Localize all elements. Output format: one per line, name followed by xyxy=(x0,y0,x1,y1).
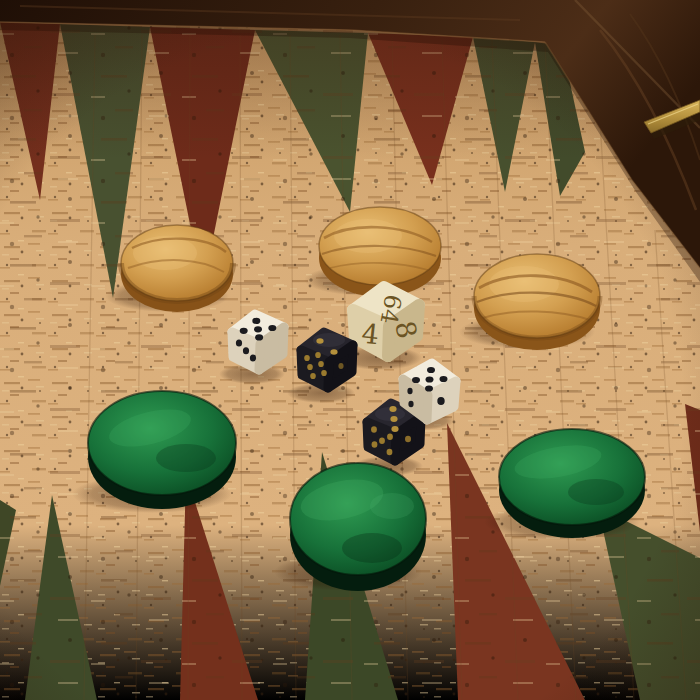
black-die-1[interactable] xyxy=(301,332,353,388)
checker-wood-1[interactable] xyxy=(121,225,233,312)
backgammon-board: 64 4 8 xyxy=(0,0,700,700)
checker-green-3[interactable] xyxy=(499,429,645,538)
checker-wood-3[interactable] xyxy=(474,254,600,350)
checker-green-1[interactable] xyxy=(88,391,236,509)
checker-green-2[interactable] xyxy=(290,463,426,591)
backgammon-photo: 64 4 8 xyxy=(0,0,700,700)
doubling-cube[interactable]: 64 4 8 xyxy=(353,287,423,356)
white-die-1[interactable] xyxy=(232,314,284,370)
cube-left-value: 4 xyxy=(360,318,380,351)
white-die-2[interactable] xyxy=(403,363,456,420)
